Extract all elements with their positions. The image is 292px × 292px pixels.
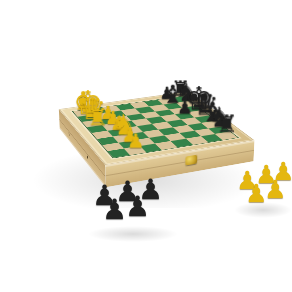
black-pawn-off-board: ♟ xyxy=(102,196,127,224)
yellow-pawn-off-board: ♟ xyxy=(264,177,286,202)
yellow-pawn: ♟ xyxy=(109,132,161,152)
black-rook: ♜ xyxy=(202,112,252,136)
hinge-screw-icon xyxy=(69,132,70,136)
captured-black-pawns-tray: ♟♟♟♟♟ xyxy=(88,178,178,238)
hinge-screw-icon xyxy=(87,155,88,159)
black-pawn-off-board: ♟ xyxy=(125,193,150,221)
folding-chess-box: ♝♟♜♚♝♞♛♟♜♟♟♚♟♛♞♝♟♞♟♜ xyxy=(59,91,255,165)
chess-set-photo: ♝♟♜♚♝♞♛♟♜♟♟♚♟♛♞♝♟♞♟♜ ♟♟♟♟♟ ♟♟♟♟♟ xyxy=(0,0,292,292)
tray-shadow xyxy=(88,226,178,242)
captured-yellow-pawns-tray: ♟♟♟♟♟ xyxy=(234,154,292,214)
brass-latch-icon xyxy=(185,154,197,165)
